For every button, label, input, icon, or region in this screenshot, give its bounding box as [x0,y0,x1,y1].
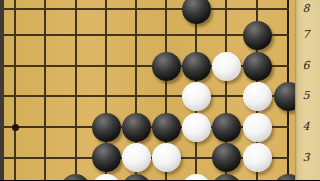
board-point-R7[interactable] [211,18,242,52]
board-point-P6[interactable] [151,52,181,81]
board-point-N6[interactable] [91,52,121,81]
board-left-edge [0,0,4,180]
board-point-P7[interactable] [151,18,181,52]
row-label-5: 5 [295,89,317,103]
board-point-L4[interactable] [30,112,61,143]
board-point-Q2[interactable] [181,173,211,180]
board-point-K2[interactable] [0,173,30,180]
board-point-O2[interactable] [121,173,151,180]
white-stone[interactable] [182,113,211,142]
board-point-M6[interactable] [61,52,92,81]
black-stone[interactable] [212,143,241,172]
board-point-P5[interactable] [151,81,181,112]
board-point-O7[interactable] [121,18,151,52]
board-point-M4[interactable] [61,112,92,143]
black-stone[interactable] [212,113,241,142]
black-stone[interactable] [92,113,121,142]
row-label-strip: 876543 [295,0,320,180]
board-point-O8[interactable] [121,0,151,18]
board-point-L3[interactable] [30,143,61,174]
board-point-N7[interactable] [91,18,121,52]
board-point-M5[interactable] [61,81,92,112]
board-point-R4[interactable] [211,112,242,143]
board-point-S5[interactable] [242,81,273,112]
board-point-Q6[interactable] [181,52,211,81]
board-point-R8[interactable] [211,0,242,18]
board-point-O3[interactable] [121,143,151,174]
row-label-6: 6 [295,59,317,73]
board-point-K4[interactable] [0,112,30,143]
black-stone[interactable] [212,174,241,181]
row-label-8: 8 [295,2,317,16]
board-point-P8[interactable] [151,0,181,18]
black-stone[interactable] [122,174,151,181]
board-point-M8[interactable] [61,0,92,18]
board-point-R2[interactable] [211,173,242,180]
board-point-M2[interactable] [61,173,92,180]
white-stone[interactable] [243,113,272,142]
board-point-Q8[interactable] [181,0,211,18]
black-stone[interactable] [92,143,121,172]
board-point-N5[interactable] [91,81,121,112]
white-stone[interactable] [122,143,151,172]
board-point-P4[interactable] [151,112,181,143]
black-stone[interactable] [61,174,90,181]
board-point-O4[interactable] [121,112,151,143]
black-stone[interactable] [152,52,181,81]
board-point-S8[interactable] [242,0,273,18]
white-stone[interactable] [182,174,211,181]
board-point-L8[interactable] [30,0,61,18]
board-point-K3[interactable] [0,143,30,174]
black-stone[interactable] [243,52,272,81]
board-point-Q7[interactable] [181,18,211,52]
board-point-S6[interactable] [242,52,273,81]
board-point-S3[interactable] [242,143,273,174]
black-stone[interactable] [152,113,181,142]
board-point-S2[interactable] [242,173,273,180]
board-point-P3[interactable] [151,143,181,174]
white-stone[interactable] [92,174,121,181]
white-stone[interactable] [243,82,272,111]
board-point-L6[interactable] [30,52,61,81]
row-label-7: 7 [295,28,317,42]
row-label-3: 3 [295,151,317,165]
board-point-M7[interactable] [61,18,92,52]
row-label-4: 4 [295,120,317,134]
board-point-Q5[interactable] [181,81,211,112]
board-point-P2[interactable] [151,173,181,180]
board-point-N8[interactable] [91,0,121,18]
board-point-S7[interactable] [242,18,273,52]
board-point-N3[interactable] [91,143,121,174]
board-point-R5[interactable] [211,81,242,112]
black-stone[interactable] [182,52,211,81]
white-stone[interactable] [243,143,272,172]
board-point-L5[interactable] [30,81,61,112]
board-point-K5[interactable] [0,81,30,112]
board-point-M3[interactable] [61,143,92,174]
board-point-L7[interactable] [30,18,61,52]
board-point-R3[interactable] [211,143,242,174]
go-board-grid[interactable] [0,0,304,180]
board-point-S4[interactable] [242,112,273,143]
board-point-L2[interactable] [30,173,61,180]
black-stone[interactable] [122,113,151,142]
white-stone[interactable] [212,52,241,81]
board-point-Q4[interactable] [181,112,211,143]
white-stone[interactable] [182,82,211,111]
board-point-K8[interactable] [0,0,30,18]
white-stone[interactable] [152,143,181,172]
board-point-K6[interactable] [0,52,30,81]
board-point-N4[interactable] [91,112,121,143]
board-point-K7[interactable] [0,18,30,52]
board-point-Q3[interactable] [181,143,211,174]
board-point-N2[interactable] [91,173,121,180]
go-board-screenshot: 876543 [0,0,320,180]
board-point-R6[interactable] [211,52,242,81]
board-point-O6[interactable] [121,52,151,81]
black-stone[interactable] [243,21,272,50]
board-point-O5[interactable] [121,81,151,112]
